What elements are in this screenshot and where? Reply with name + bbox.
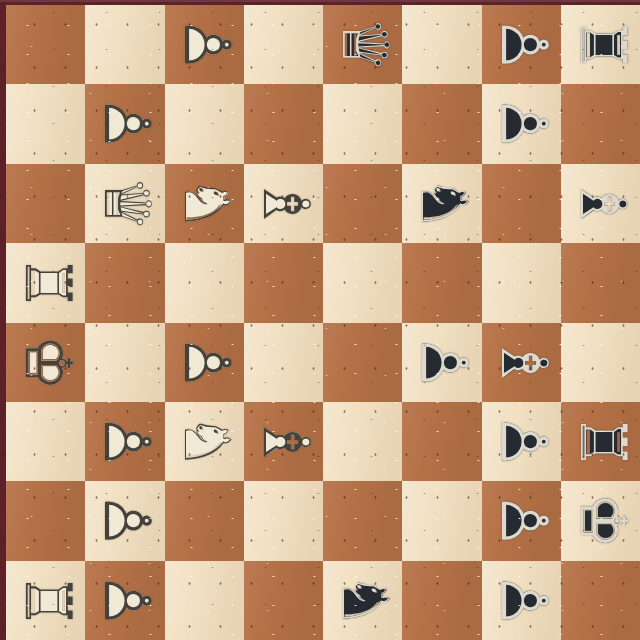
square-g6[interactable] xyxy=(402,481,481,560)
black-rook[interactable]: ♜♖ xyxy=(561,5,640,84)
piece-outline-detail: ♙ xyxy=(492,572,556,629)
black-knight[interactable]: ♞♘ xyxy=(323,561,402,640)
piece-outline-detail: ♖ xyxy=(571,16,635,73)
square-e5[interactable] xyxy=(323,323,402,402)
square-h5[interactable]: ♞♘ xyxy=(323,561,402,640)
piece-outline-detail: ♙ xyxy=(95,95,159,152)
black-pawn[interactable]: ♟♙ xyxy=(481,5,560,84)
piece-outline-detail: ♙ xyxy=(492,492,556,549)
square-h7[interactable]: ♟♙ xyxy=(482,561,561,640)
square-d8[interactable] xyxy=(561,243,640,322)
black-queen[interactable]: ♛♕ xyxy=(323,5,402,84)
white-pawn[interactable]: ♟♙ xyxy=(85,402,164,481)
square-a7[interactable]: ♟♙ xyxy=(482,5,561,84)
piece-outline-detail: ♙ xyxy=(492,95,556,152)
square-c5[interactable] xyxy=(323,164,402,243)
square-f6[interactable] xyxy=(402,402,481,481)
square-h8[interactable] xyxy=(561,561,640,640)
square-f2[interactable]: ♟♙ xyxy=(85,402,164,481)
white-pawn[interactable]: ♟♙ xyxy=(164,323,243,402)
square-h6[interactable] xyxy=(402,561,481,640)
square-b2[interactable]: ♟♙ xyxy=(85,84,164,163)
piece-outline-detail: ♗ xyxy=(571,175,635,232)
square-a4[interactable] xyxy=(244,5,323,84)
white-knight[interactable]: ♞♘ xyxy=(164,402,243,481)
square-b8[interactable] xyxy=(561,84,640,163)
square-h2[interactable]: ♟♙ xyxy=(85,561,164,640)
square-b6[interactable] xyxy=(402,84,481,163)
square-g3[interactable] xyxy=(165,481,244,560)
square-g4[interactable] xyxy=(244,481,323,560)
piece-outline-detail: ♙ xyxy=(175,334,239,391)
square-e6[interactable]: ♟♙ xyxy=(402,323,481,402)
square-f1[interactable] xyxy=(6,402,85,481)
piece-outline-detail: ♙ xyxy=(95,413,159,470)
square-f5[interactable] xyxy=(323,402,402,481)
piece-outline-detail: ♙ xyxy=(412,334,476,391)
white-rook[interactable]: ♜♖ xyxy=(6,561,85,640)
square-e7[interactable]: ♝♗ xyxy=(482,323,561,402)
black-pawn[interactable]: ♟♙ xyxy=(481,84,560,163)
white-bishop[interactable]: ♝♗ xyxy=(244,402,323,481)
square-c7[interactable] xyxy=(482,164,561,243)
piece-outline-detail: ♖ xyxy=(571,413,635,470)
black-knight[interactable]: ♞♘ xyxy=(402,164,481,243)
black-bishop[interactable]: ♝♗ xyxy=(481,323,560,402)
piece-outline-detail: ♘ xyxy=(412,175,476,232)
square-g7[interactable]: ♟♙ xyxy=(482,481,561,560)
square-c1[interactable] xyxy=(6,164,85,243)
piece-outline-detail: ♔ xyxy=(571,492,635,549)
piece-outline-detail: ♖ xyxy=(16,254,80,311)
square-h1[interactable]: ♜♖ xyxy=(6,561,85,640)
piece-outline-detail: ♙ xyxy=(95,572,159,629)
square-g8[interactable]: ♚♔ xyxy=(561,481,640,560)
square-f7[interactable]: ♟♙ xyxy=(482,402,561,481)
square-a6[interactable] xyxy=(402,5,481,84)
piece-outline-detail: ♗ xyxy=(254,175,318,232)
white-bishop[interactable]: ♝♗ xyxy=(244,164,323,243)
piece-outline-detail: ♙ xyxy=(492,16,556,73)
square-d7[interactable] xyxy=(482,243,561,322)
square-b7[interactable]: ♟♙ xyxy=(482,84,561,163)
square-c8[interactable]: ♝♗ xyxy=(561,164,640,243)
square-b4[interactable] xyxy=(244,84,323,163)
piece-outline-detail: ♙ xyxy=(95,492,159,549)
chess-board: ♟♙♛♕♟♙♜♖♟♙♟♙♛♕♞♘♝♗♞♘♝♗♜♖♚♔♟♙♟♙♝♗♟♙♞♘♝♗♟♙… xyxy=(6,5,640,640)
piece-outline-detail: ♙ xyxy=(492,413,556,470)
square-g5[interactable] xyxy=(323,481,402,560)
square-h4[interactable] xyxy=(244,561,323,640)
square-e3[interactable]: ♟♙ xyxy=(165,323,244,402)
piece-outline-detail: ♗ xyxy=(254,413,318,470)
square-a2[interactable] xyxy=(85,5,164,84)
square-d1[interactable]: ♜♖ xyxy=(6,243,85,322)
square-e8[interactable] xyxy=(561,323,640,402)
white-king[interactable]: ♚♔ xyxy=(6,323,85,402)
square-g2[interactable]: ♟♙ xyxy=(85,481,164,560)
square-a5[interactable]: ♛♕ xyxy=(323,5,402,84)
square-d2[interactable] xyxy=(85,243,164,322)
board-frame: ♟♙♛♕♟♙♜♖♟♙♟♙♛♕♞♘♝♗♞♘♝♗♜♖♚♔♟♙♟♙♝♗♟♙♞♘♝♗♟♙… xyxy=(0,0,640,640)
square-d4[interactable] xyxy=(244,243,323,322)
piece-outline-detail: ♘ xyxy=(333,572,397,629)
square-c2[interactable]: ♛♕ xyxy=(85,164,164,243)
square-d6[interactable] xyxy=(402,243,481,322)
square-b5[interactable] xyxy=(323,84,402,163)
piece-outline-detail: ♕ xyxy=(333,16,397,73)
square-d3[interactable] xyxy=(165,243,244,322)
square-f4[interactable]: ♝♗ xyxy=(244,402,323,481)
white-pawn[interactable]: ♟♙ xyxy=(164,5,243,84)
square-f8[interactable]: ♜♖ xyxy=(561,402,640,481)
square-h3[interactable] xyxy=(165,561,244,640)
black-pawn[interactable]: ♟♙ xyxy=(481,561,560,640)
white-queen[interactable]: ♛♕ xyxy=(85,164,164,243)
piece-outline-detail: ♕ xyxy=(95,175,159,232)
piece-outline-detail: ♖ xyxy=(16,572,80,629)
square-a1[interactable] xyxy=(6,5,85,84)
square-e4[interactable] xyxy=(244,323,323,402)
piece-outline-detail: ♘ xyxy=(175,413,239,470)
square-b1[interactable] xyxy=(6,84,85,163)
black-pawn[interactable]: ♟♙ xyxy=(481,402,560,481)
piece-outline-detail: ♗ xyxy=(492,334,556,391)
white-pawn[interactable]: ♟♙ xyxy=(85,84,164,163)
white-pawn[interactable]: ♟♙ xyxy=(85,481,164,560)
square-d5[interactable] xyxy=(323,243,402,322)
square-a8[interactable]: ♜♖ xyxy=(561,5,640,84)
black-pawn[interactable]: ♟♙ xyxy=(481,481,560,560)
square-c6[interactable]: ♞♘ xyxy=(402,164,481,243)
square-b3[interactable] xyxy=(165,84,244,163)
square-a3[interactable]: ♟♙ xyxy=(165,5,244,84)
piece-outline-detail: ♙ xyxy=(175,16,239,73)
black-rook[interactable]: ♜♖ xyxy=(561,402,640,481)
white-pawn[interactable]: ♟♙ xyxy=(85,561,164,640)
piece-outline-detail: ♔ xyxy=(16,334,80,391)
square-e2[interactable] xyxy=(85,323,164,402)
black-bishop[interactable]: ♝♗ xyxy=(561,164,640,243)
white-knight[interactable]: ♞♘ xyxy=(164,164,243,243)
square-f3[interactable]: ♞♘ xyxy=(165,402,244,481)
white-rook[interactable]: ♜♖ xyxy=(6,243,85,322)
piece-outline-detail: ♘ xyxy=(175,175,239,232)
square-c4[interactable]: ♝♗ xyxy=(244,164,323,243)
black-king[interactable]: ♚♔ xyxy=(561,481,640,560)
square-c3[interactable]: ♞♘ xyxy=(165,164,244,243)
square-e1[interactable]: ♚♔ xyxy=(6,323,85,402)
black-pawn[interactable]: ♟♙ xyxy=(402,323,481,402)
square-g1[interactable] xyxy=(6,481,85,560)
